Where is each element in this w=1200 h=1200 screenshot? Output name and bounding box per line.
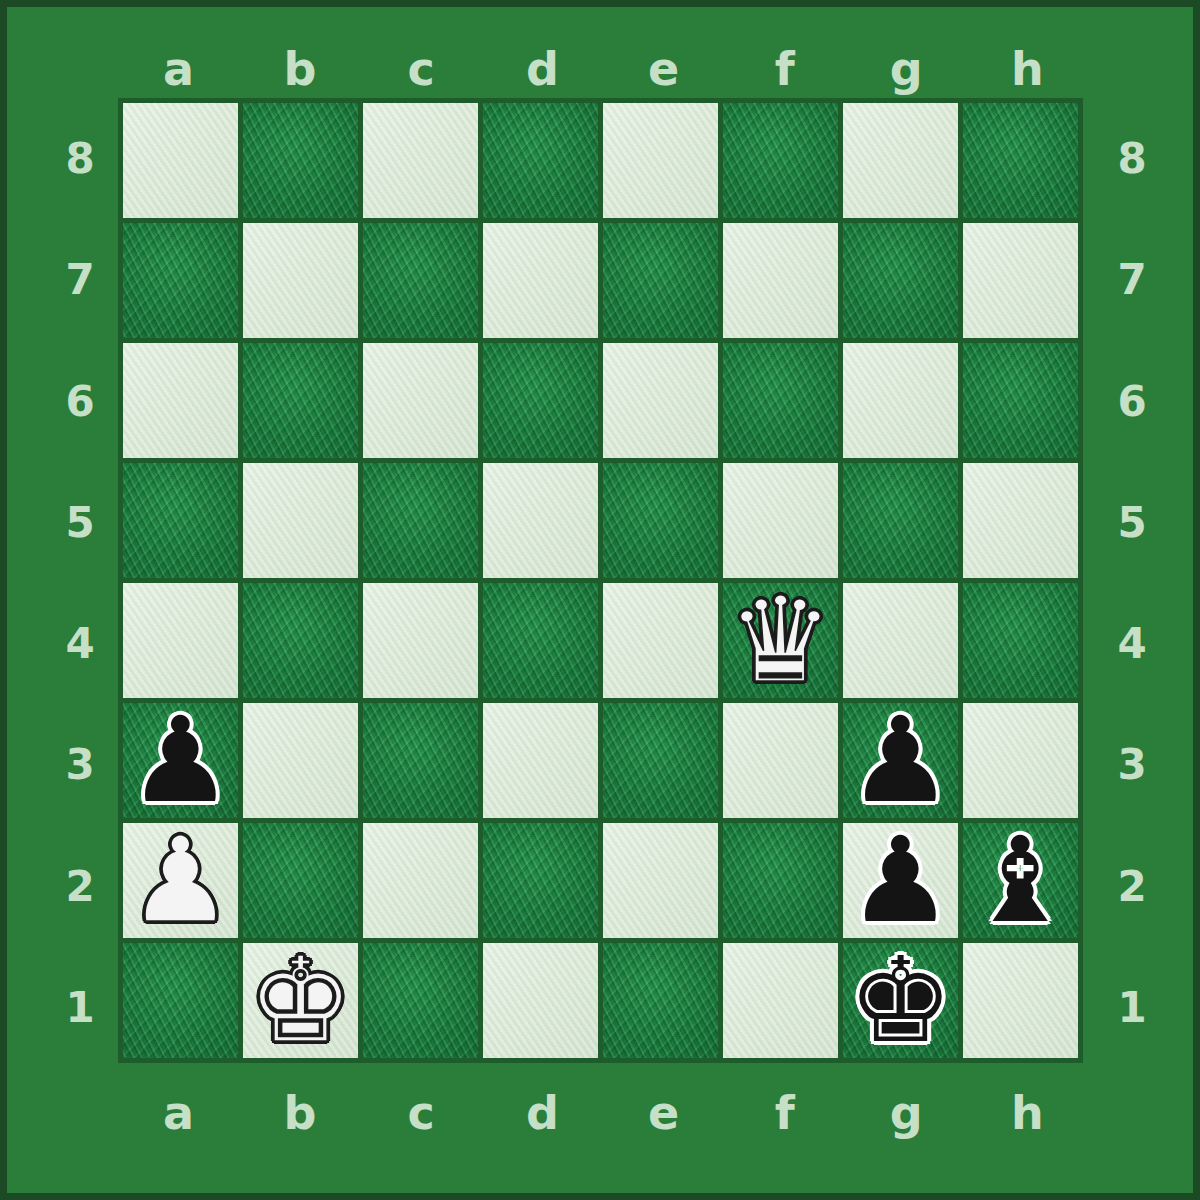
square-h3[interactable] — [963, 703, 1078, 818]
square-a8[interactable] — [123, 103, 238, 218]
square-g6[interactable] — [843, 343, 958, 458]
rank-label-3-right: 3 — [1101, 704, 1163, 825]
file-label-c-top: c — [361, 42, 482, 96]
square-d4[interactable] — [483, 583, 598, 698]
white-pawn[interactable]: ♟ — [128, 823, 234, 938]
square-h1[interactable] — [963, 943, 1078, 1058]
square-h6[interactable] — [963, 343, 1078, 458]
square-d5[interactable] — [483, 463, 598, 578]
square-g2[interactable]: ♟ — [843, 823, 958, 938]
file-labels-top: abcdefgh — [118, 43, 1088, 95]
file-label-f-bottom: f — [724, 1086, 845, 1140]
square-e6[interactable] — [603, 343, 718, 458]
square-d2[interactable] — [483, 823, 598, 938]
square-f2[interactable] — [723, 823, 838, 938]
white-king[interactable]: ♚ — [248, 943, 354, 1058]
square-f1[interactable] — [723, 943, 838, 1058]
file-label-b-top: b — [239, 42, 360, 96]
file-label-g-top: g — [846, 42, 967, 96]
square-g5[interactable] — [843, 463, 958, 578]
square-h8[interactable] — [963, 103, 1078, 218]
square-c3[interactable] — [363, 703, 478, 818]
square-c5[interactable] — [363, 463, 478, 578]
square-f3[interactable] — [723, 703, 838, 818]
square-b1[interactable]: ♚ — [243, 943, 358, 1058]
square-f5[interactable] — [723, 463, 838, 578]
file-label-h-top: h — [967, 42, 1088, 96]
rank-label-3-left: 3 — [49, 704, 111, 825]
square-g4[interactable] — [843, 583, 958, 698]
square-g1[interactable]: ♚ — [843, 943, 958, 1058]
square-d6[interactable] — [483, 343, 598, 458]
square-e5[interactable] — [603, 463, 718, 578]
square-b5[interactable] — [243, 463, 358, 578]
rank-labels-left: 87654321 — [49, 98, 111, 1068]
square-d1[interactable] — [483, 943, 598, 1058]
rank-label-5-right: 5 — [1101, 462, 1163, 583]
square-b8[interactable] — [243, 103, 358, 218]
square-h4[interactable] — [963, 583, 1078, 698]
rank-label-1-right: 1 — [1101, 947, 1163, 1068]
square-f7[interactable] — [723, 223, 838, 338]
square-b4[interactable] — [243, 583, 358, 698]
square-a6[interactable] — [123, 343, 238, 458]
black-pawn[interactable]: ♟ — [848, 823, 954, 938]
square-b2[interactable] — [243, 823, 358, 938]
square-g8[interactable] — [843, 103, 958, 218]
square-f4[interactable]: ♛ — [723, 583, 838, 698]
square-g3[interactable]: ♟ — [843, 703, 958, 818]
square-a2[interactable]: ♟ — [123, 823, 238, 938]
file-label-b-bottom: b — [239, 1086, 360, 1140]
square-c7[interactable] — [363, 223, 478, 338]
rank-label-5-left: 5 — [49, 462, 111, 583]
square-d7[interactable] — [483, 223, 598, 338]
square-e4[interactable] — [603, 583, 718, 698]
square-f8[interactable] — [723, 103, 838, 218]
rank-label-8-right: 8 — [1101, 98, 1163, 219]
rank-label-7-right: 7 — [1101, 219, 1163, 340]
file-label-d-bottom: d — [482, 1086, 603, 1140]
file-label-a-top: a — [118, 42, 239, 96]
square-a1[interactable] — [123, 943, 238, 1058]
black-pawn[interactable]: ♟ — [128, 703, 234, 818]
square-a4[interactable] — [123, 583, 238, 698]
black-king[interactable]: ♚ — [848, 943, 954, 1058]
black-bishop[interactable]: ♝ — [968, 823, 1074, 938]
rank-label-2-right: 2 — [1101, 826, 1163, 947]
file-label-e-top: e — [603, 42, 724, 96]
file-label-f-top: f — [724, 42, 845, 96]
square-e8[interactable] — [603, 103, 718, 218]
square-e3[interactable] — [603, 703, 718, 818]
rank-label-1-left: 1 — [49, 947, 111, 1068]
file-label-c-bottom: c — [361, 1086, 482, 1140]
rank-label-8-left: 8 — [49, 98, 111, 219]
square-e7[interactable] — [603, 223, 718, 338]
rank-label-6-right: 6 — [1101, 341, 1163, 462]
square-b3[interactable] — [243, 703, 358, 818]
rank-label-4-left: 4 — [49, 583, 111, 704]
rank-label-7-left: 7 — [49, 219, 111, 340]
rank-label-2-left: 2 — [49, 826, 111, 947]
rank-label-4-right: 4 — [1101, 583, 1163, 704]
file-label-h-bottom: h — [967, 1086, 1088, 1140]
square-h7[interactable] — [963, 223, 1078, 338]
square-d3[interactable] — [483, 703, 598, 818]
square-a5[interactable] — [123, 463, 238, 578]
file-label-a-bottom: a — [118, 1086, 239, 1140]
page-background: ЦугЦванг abcdefgh 87654321 ♛♟♟♟♟♝♚♚ 8765… — [0, 0, 1200, 1200]
square-h5[interactable] — [963, 463, 1078, 578]
rank-label-6-left: 6 — [49, 341, 111, 462]
square-c2[interactable] — [363, 823, 478, 938]
square-g7[interactable] — [843, 223, 958, 338]
black-pawn[interactable]: ♟ — [848, 703, 954, 818]
square-b6[interactable] — [243, 343, 358, 458]
square-e2[interactable] — [603, 823, 718, 938]
square-f6[interactable] — [723, 343, 838, 458]
square-c1[interactable] — [363, 943, 478, 1058]
square-c8[interactable] — [363, 103, 478, 218]
square-c6[interactable] — [363, 343, 478, 458]
square-h2[interactable]: ♝ — [963, 823, 1078, 938]
square-a3[interactable]: ♟ — [123, 703, 238, 818]
file-labels-bottom: abcdefgh — [118, 1087, 1088, 1139]
rank-labels-right: 87654321 — [1101, 98, 1163, 1068]
file-label-d-top: d — [482, 42, 603, 96]
square-b7[interactable] — [243, 223, 358, 338]
chess-board: ♛♟♟♟♟♝♚♚ — [118, 98, 1083, 1063]
square-a7[interactable] — [123, 223, 238, 338]
square-e1[interactable] — [603, 943, 718, 1058]
white-queen[interactable]: ♛ — [728, 583, 834, 698]
square-c4[interactable] — [363, 583, 478, 698]
file-label-g-bottom: g — [846, 1086, 967, 1140]
file-label-e-bottom: e — [603, 1086, 724, 1140]
square-d8[interactable] — [483, 103, 598, 218]
